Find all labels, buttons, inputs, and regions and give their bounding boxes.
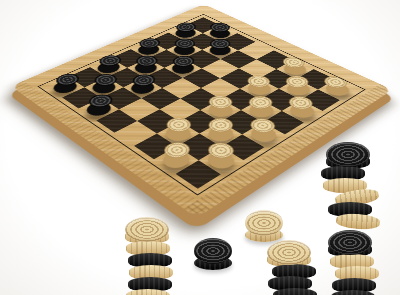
offboard-checker-light[interactable] — [126, 289, 170, 295]
single-black — [194, 238, 242, 270]
checker-top-face — [267, 240, 311, 265]
offboard-checker-light[interactable] — [336, 212, 381, 230]
checker-top-face — [125, 217, 169, 242]
product-photo-scene — [0, 0, 400, 295]
board-grid — [46, 17, 357, 188]
offboard-checker-black[interactable] — [273, 288, 317, 295]
stack-right-upper — [321, 142, 369, 229]
checker-top-face — [245, 210, 283, 236]
checker-top-face — [194, 238, 232, 264]
stack-right-lower — [328, 230, 376, 295]
checker-top-face — [326, 142, 370, 167]
stack-center-right — [267, 240, 315, 295]
checker-top-face — [328, 230, 372, 255]
stack-left — [125, 217, 173, 295]
single-light — [245, 210, 293, 242]
